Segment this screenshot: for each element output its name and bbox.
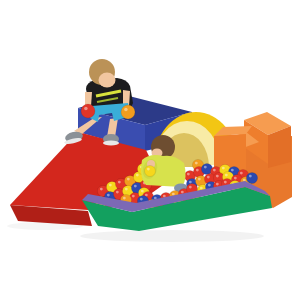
play-ball (121, 105, 135, 119)
boy-right-shoe-sole (103, 141, 119, 146)
play-ball-highlight (204, 166, 207, 169)
play-ball-highlight (243, 179, 246, 182)
play-ball-highlight (124, 108, 128, 112)
play-ball-highlight (118, 181, 121, 184)
play-ball-highlight (116, 191, 119, 194)
play-ball-highlight (107, 194, 110, 197)
play-ball-highlight (140, 198, 143, 201)
play-ball-highlight (198, 178, 201, 181)
floor-shadow (80, 230, 264, 242)
play-ball-highlight (249, 175, 252, 178)
play-ball-highlight (109, 184, 112, 187)
play-ball-highlight (125, 188, 128, 191)
play-ball-highlight (84, 107, 88, 111)
play-ball-highlight (234, 177, 237, 180)
play-ball (145, 166, 156, 177)
product-photo-soft-play-set (0, 0, 300, 300)
play-ball-highlight (222, 167, 225, 170)
play-ball-highlight (213, 169, 216, 172)
play-ball-highlight (147, 168, 150, 171)
play-ball-highlight (200, 187, 203, 190)
play-ball-highlight (127, 178, 130, 181)
play-ball-highlight (216, 183, 219, 186)
boy-face (99, 73, 116, 88)
play-ball-highlight (172, 193, 175, 196)
play-ball-highlight (100, 188, 103, 191)
play-ball (246, 172, 257, 183)
orange-cube-front (214, 134, 246, 172)
play-ball-highlight (134, 185, 137, 188)
play-ball-highlight (189, 181, 192, 184)
play-ball-highlight (189, 186, 192, 189)
play-ball-highlight (132, 195, 135, 198)
play-ball-highlight (225, 174, 228, 177)
play-ball-highlight (196, 169, 199, 172)
play-ball-highlight (216, 175, 219, 178)
play-ball-highlight (123, 197, 126, 200)
play-ball-highlight (141, 190, 144, 193)
play-ball-highlight (208, 184, 211, 187)
play-ball-highlight (207, 176, 210, 179)
play-ball-highlight (231, 169, 234, 172)
play-ball-highlight (240, 172, 243, 175)
play-ball-highlight (181, 191, 184, 194)
play-ball-highlight (187, 173, 190, 176)
play-ball-highlight (163, 195, 166, 198)
play-ball-highlight (195, 162, 198, 165)
play-ball-highlight (224, 181, 227, 184)
play-ball (81, 104, 95, 118)
play-ball-highlight (136, 174, 139, 177)
soft-play-scene (0, 0, 300, 300)
